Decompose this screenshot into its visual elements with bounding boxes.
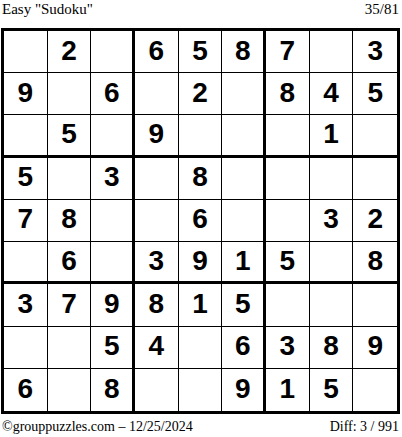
cell-r5c1: 7 <box>4 200 48 242</box>
cell-r1c6: 8 <box>222 31 266 73</box>
cell-r9c1: 6 <box>4 369 48 411</box>
sudoku-page: Easy "Sudoku" 35/81 26587396284559153878… <box>0 0 402 437</box>
cell-r5c6[interactable] <box>222 200 266 242</box>
cell-r6c1[interactable] <box>4 242 48 284</box>
difficulty-label: Diff: 3 / 991 <box>330 419 399 435</box>
cell-r4c3: 3 <box>91 158 135 200</box>
cell-r8c1[interactable] <box>4 327 48 369</box>
cell-r3c4: 9 <box>135 115 179 157</box>
cell-r7c8[interactable] <box>310 284 354 326</box>
cell-r9c4[interactable] <box>135 369 179 411</box>
cell-r3c2: 5 <box>48 115 92 157</box>
cell-r2c4[interactable] <box>135 73 179 115</box>
cell-r9c8: 5 <box>310 369 354 411</box>
cell-r7c3: 9 <box>91 284 135 326</box>
cell-r7c2: 7 <box>48 284 92 326</box>
cell-r4c7[interactable] <box>266 158 310 200</box>
cell-r2c3: 6 <box>91 73 135 115</box>
cell-r4c1: 5 <box>4 158 48 200</box>
header: Easy "Sudoku" 35/81 <box>2 1 399 18</box>
cell-r1c5: 5 <box>179 31 223 73</box>
cell-r4c8[interactable] <box>310 158 354 200</box>
cell-r2c6[interactable] <box>222 73 266 115</box>
cell-r6c3[interactable] <box>91 242 135 284</box>
cell-r8c9: 9 <box>353 327 397 369</box>
cell-r6c7: 5 <box>266 242 310 284</box>
clue-counter: 35/81 <box>365 1 399 18</box>
cell-r2c8: 4 <box>310 73 354 115</box>
cell-r3c6[interactable] <box>222 115 266 157</box>
cell-r3c3[interactable] <box>91 115 135 157</box>
cell-r8c2[interactable] <box>48 327 92 369</box>
cell-r3c5[interactable] <box>179 115 223 157</box>
cell-r1c2: 2 <box>48 31 92 73</box>
cell-r4c4[interactable] <box>135 158 179 200</box>
cell-r9c5[interactable] <box>179 369 223 411</box>
cell-r3c8: 1 <box>310 115 354 157</box>
cell-r7c9[interactable] <box>353 284 397 326</box>
cell-r2c1: 9 <box>4 73 48 115</box>
cell-r3c1[interactable] <box>4 115 48 157</box>
cell-r9c9[interactable] <box>353 369 397 411</box>
cell-r1c3[interactable] <box>91 31 135 73</box>
cell-r8c8: 8 <box>310 327 354 369</box>
cell-r3c9[interactable] <box>353 115 397 157</box>
cell-r8c3: 5 <box>91 327 135 369</box>
cell-r9c2[interactable] <box>48 369 92 411</box>
cell-r5c5: 6 <box>179 200 223 242</box>
cell-r2c5: 2 <box>179 73 223 115</box>
cell-r5c4[interactable] <box>135 200 179 242</box>
cell-r7c6: 5 <box>222 284 266 326</box>
cell-r2c2[interactable] <box>48 73 92 115</box>
sudoku-grid: 2658739628455915387863263915837981554638… <box>1 28 400 414</box>
cell-r2c7: 8 <box>266 73 310 115</box>
cell-r8c5[interactable] <box>179 327 223 369</box>
page-title: Easy "Sudoku" <box>2 1 93 18</box>
cell-r8c7: 3 <box>266 327 310 369</box>
cell-r5c2: 8 <box>48 200 92 242</box>
cell-r5c7[interactable] <box>266 200 310 242</box>
cell-r7c5: 1 <box>179 284 223 326</box>
cell-r5c3[interactable] <box>91 200 135 242</box>
cell-r4c2[interactable] <box>48 158 92 200</box>
cell-r5c8: 3 <box>310 200 354 242</box>
cell-r1c8[interactable] <box>310 31 354 73</box>
cell-r6c5: 9 <box>179 242 223 284</box>
cell-r2c9: 5 <box>353 73 397 115</box>
cell-r6c2: 6 <box>48 242 92 284</box>
cell-r8c6: 6 <box>222 327 266 369</box>
cell-r7c7[interactable] <box>266 284 310 326</box>
cell-r9c3: 8 <box>91 369 135 411</box>
footer: ©grouppuzzles.com – 12/25/2024 Diff: 3 /… <box>2 419 399 435</box>
cell-r4c6[interactable] <box>222 158 266 200</box>
cell-r4c5: 8 <box>179 158 223 200</box>
cell-r9c7: 1 <box>266 369 310 411</box>
cell-r5c9: 2 <box>353 200 397 242</box>
cell-r8c4: 4 <box>135 327 179 369</box>
cell-r6c9: 8 <box>353 242 397 284</box>
cell-r6c8[interactable] <box>310 242 354 284</box>
cell-r3c7[interactable] <box>266 115 310 157</box>
cell-r4c9[interactable] <box>353 158 397 200</box>
copyright-date: ©grouppuzzles.com – 12/25/2024 <box>2 419 193 435</box>
cell-r1c7: 7 <box>266 31 310 73</box>
cell-r1c9: 3 <box>353 31 397 73</box>
cell-r6c4: 3 <box>135 242 179 284</box>
cell-r1c1[interactable] <box>4 31 48 73</box>
cell-r7c4: 8 <box>135 284 179 326</box>
cell-r6c6: 1 <box>222 242 266 284</box>
cell-r1c4: 6 <box>135 31 179 73</box>
cell-r7c1: 3 <box>4 284 48 326</box>
cell-r9c6: 9 <box>222 369 266 411</box>
